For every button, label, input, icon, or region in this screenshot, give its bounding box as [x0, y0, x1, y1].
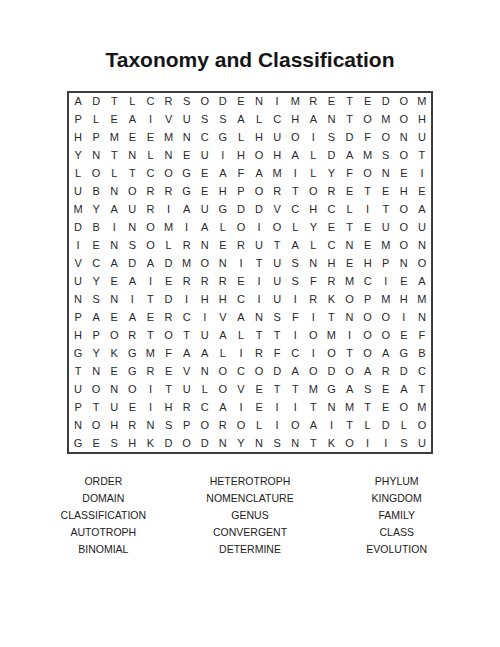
grid-cell-r8c4[interactable]: N [123, 219, 141, 237]
word-convergent[interactable]: CONVERGENT [177, 524, 324, 541]
grid-cell-r10c16[interactable]: E [341, 255, 359, 273]
grid-cell-r18c12[interactable]: I [268, 398, 286, 416]
grid-cell-r8c20[interactable]: U [413, 219, 431, 237]
grid-cell-r16c12[interactable]: D [268, 362, 286, 380]
grid-cell-r14c9[interactable]: A [214, 326, 232, 344]
grid-cell-r1c15[interactable]: E [322, 93, 340, 111]
grid-cell-r15c12[interactable]: F [268, 344, 286, 362]
grid-cell-r9c7[interactable]: R [178, 237, 196, 255]
grid-cell-r3c17[interactable]: F [359, 129, 377, 147]
grid-cell-r13c12[interactable]: S [268, 308, 286, 326]
grid-cell-r7c12[interactable]: V [268, 201, 286, 219]
grid-cell-r14c8[interactable]: U [196, 326, 214, 344]
grid-cell-r15c17[interactable]: O [359, 344, 377, 362]
grid-cell-r10c12[interactable]: U [268, 255, 286, 273]
grid-cell-r2c5[interactable]: I [141, 111, 159, 129]
grid-cell-r12c5[interactable]: T [141, 290, 159, 308]
grid-cell-r11c19[interactable]: E [395, 273, 413, 291]
grid-cell-r7c10[interactable]: D [232, 201, 250, 219]
grid-cell-r4c10[interactable]: H [232, 147, 250, 165]
grid-cell-r7c18[interactable]: T [377, 201, 395, 219]
grid-cell-r1c3[interactable]: T [105, 93, 123, 111]
grid-cell-r7c3[interactable]: A [105, 201, 123, 219]
grid-cell-r6c17[interactable]: T [359, 183, 377, 201]
grid-cell-r15c7[interactable]: A [178, 344, 196, 362]
grid-cell-r14c10[interactable]: L [232, 326, 250, 344]
grid-cell-r18c8[interactable]: C [196, 398, 214, 416]
grid-cell-r12c8[interactable]: H [196, 290, 214, 308]
grid-cell-r17c1[interactable]: U [69, 380, 87, 398]
grid-cell-r15c6[interactable]: F [160, 344, 178, 362]
grid-cell-r14c18[interactable]: O [377, 326, 395, 344]
grid-cell-r17c10[interactable]: V [232, 380, 250, 398]
grid-cell-r7c2[interactable]: Y [87, 201, 105, 219]
grid-cell-r9c2[interactable]: E [87, 237, 105, 255]
word-autotroph[interactable]: AUTOTROPH [30, 524, 177, 541]
grid-cell-r1c5[interactable]: C [141, 93, 159, 111]
grid-cell-r15c10[interactable]: I [232, 344, 250, 362]
grid-cell-r10c7[interactable]: M [178, 255, 196, 273]
grid-cell-r2c12[interactable]: C [268, 111, 286, 129]
grid-cell-r2c11[interactable]: L [250, 111, 268, 129]
grid-cell-r13c20[interactable]: N [413, 308, 431, 326]
grid-cell-r6c2[interactable]: B [87, 183, 105, 201]
grid-cell-r14c7[interactable]: T [178, 326, 196, 344]
grid-cell-r15c3[interactable]: K [105, 344, 123, 362]
grid-cell-r4c14[interactable]: L [304, 147, 322, 165]
grid-cell-r18c7[interactable]: R [178, 398, 196, 416]
grid-cell-r15c13[interactable]: C [286, 344, 304, 362]
grid-cell-r20c17[interactable]: I [359, 434, 377, 452]
grid-cell-r12c17[interactable]: P [359, 290, 377, 308]
grid-cell-r4c17[interactable]: M [359, 147, 377, 165]
grid-cell-r11c17[interactable]: C [359, 273, 377, 291]
grid-cell-r5c2[interactable]: O [87, 165, 105, 183]
grid-cell-r5c10[interactable]: F [232, 165, 250, 183]
grid-cell-r20c12[interactable]: S [268, 434, 286, 452]
grid-cell-r10c8[interactable]: O [196, 255, 214, 273]
grid-cell-r13c9[interactable]: V [214, 308, 232, 326]
grid-cell-r8c5[interactable]: O [141, 219, 159, 237]
grid-cell-r8c10[interactable]: O [232, 219, 250, 237]
grid-cell-r4c1[interactable]: Y [69, 147, 87, 165]
grid-cell-r10c9[interactable]: N [214, 255, 232, 273]
grid-cell-r13c19[interactable]: I [395, 308, 413, 326]
grid-cell-r18c9[interactable]: A [214, 398, 232, 416]
grid-cell-r17c16[interactable]: A [341, 380, 359, 398]
grid-cell-r6c16[interactable]: E [341, 183, 359, 201]
grid-cell-r18c19[interactable]: O [395, 398, 413, 416]
grid-cell-r4c3[interactable]: T [105, 147, 123, 165]
grid-cell-r7c20[interactable]: A [413, 201, 431, 219]
grid-cell-r9c10[interactable]: R [232, 237, 250, 255]
grid-cell-r13c13[interactable]: F [286, 308, 304, 326]
grid-cell-r18c5[interactable]: I [141, 398, 159, 416]
grid-cell-r1c11[interactable]: N [250, 93, 268, 111]
grid-cell-r5c3[interactable]: L [105, 165, 123, 183]
grid-cell-r9c3[interactable]: N [105, 237, 123, 255]
grid-cell-r2c19[interactable]: O [395, 111, 413, 129]
grid-cell-r10c19[interactable]: N [395, 255, 413, 273]
grid-cell-r20c5[interactable]: K [141, 434, 159, 452]
grid-cell-r3c6[interactable]: M [160, 129, 178, 147]
grid-cell-r5c18[interactable]: N [377, 165, 395, 183]
grid-cell-r7c1[interactable]: M [69, 201, 87, 219]
grid-cell-r20c11[interactable]: N [250, 434, 268, 452]
word-phylum[interactable]: PHYLUM [323, 473, 470, 490]
grid-cell-r19c1[interactable]: N [69, 416, 87, 434]
grid-cell-r17c12[interactable]: T [268, 380, 286, 398]
grid-cell-r6c8[interactable]: E [196, 183, 214, 201]
grid-cell-r8c17[interactable]: E [359, 219, 377, 237]
grid-cell-r2c6[interactable]: V [160, 111, 178, 129]
grid-cell-r10c15[interactable]: H [322, 255, 340, 273]
grid-cell-r6c6[interactable]: R [160, 183, 178, 201]
grid-cell-r20c19[interactable]: S [395, 434, 413, 452]
grid-cell-r14c11[interactable]: T [250, 326, 268, 344]
grid-cell-r18c15[interactable]: N [322, 398, 340, 416]
grid-cell-r6c15[interactable]: R [322, 183, 340, 201]
grid-cell-r3c18[interactable]: O [377, 129, 395, 147]
grid-cell-r5c6[interactable]: O [160, 165, 178, 183]
grid-cell-r4c20[interactable]: T [413, 147, 431, 165]
grid-cell-r6c10[interactable]: P [232, 183, 250, 201]
grid-cell-r1c9[interactable]: D [214, 93, 232, 111]
grid-cell-r17c2[interactable]: O [87, 380, 105, 398]
grid-cell-r13c11[interactable]: N [250, 308, 268, 326]
grid-cell-r7c16[interactable]: L [341, 201, 359, 219]
grid-cell-r1c4[interactable]: L [123, 93, 141, 111]
grid-cell-r17c4[interactable]: O [123, 380, 141, 398]
grid-cell-r8c12[interactable]: O [268, 219, 286, 237]
grid-cell-r7c7[interactable]: A [178, 201, 196, 219]
grid-cell-r1c2[interactable]: D [87, 93, 105, 111]
grid-cell-r7c11[interactable]: D [250, 201, 268, 219]
grid-cell-r12c1[interactable]: N [69, 290, 87, 308]
grid-cell-r18c1[interactable]: P [69, 398, 87, 416]
grid-cell-r16c10[interactable]: C [232, 362, 250, 380]
grid-cell-r12c12[interactable]: U [268, 290, 286, 308]
grid-cell-r3c13[interactable]: O [286, 129, 304, 147]
grid-cell-r7c19[interactable]: O [395, 201, 413, 219]
grid-cell-r15c14[interactable]: I [304, 344, 322, 362]
grid-cell-r2c20[interactable]: H [413, 111, 431, 129]
grid-cell-r3c12[interactable]: U [268, 129, 286, 147]
grid-cell-r8c11[interactable]: I [250, 219, 268, 237]
grid-cell-r2c7[interactable]: U [178, 111, 196, 129]
grid-cell-r10c13[interactable]: S [286, 255, 304, 273]
grid-cell-r7c6[interactable]: I [160, 201, 178, 219]
grid-cell-r15c19[interactable]: G [395, 344, 413, 362]
grid-cell-r1c12[interactable]: I [268, 93, 286, 111]
grid-cell-r15c15[interactable]: O [322, 344, 340, 362]
grid-cell-r19c4[interactable]: R [123, 416, 141, 434]
grid-cell-r12c4[interactable]: I [123, 290, 141, 308]
grid-cell-r5c12[interactable]: M [268, 165, 286, 183]
grid-cell-r4c11[interactable]: O [250, 147, 268, 165]
grid-cell-r7c14[interactable]: H [304, 201, 322, 219]
grid-cell-r17c20[interactable]: T [413, 380, 431, 398]
grid-cell-r16c1[interactable]: T [69, 362, 87, 380]
grid-cell-r12c14[interactable]: R [304, 290, 322, 308]
grid-cell-r5c8[interactable]: E [196, 165, 214, 183]
grid-cell-r11c13[interactable]: S [286, 273, 304, 291]
grid-cell-r10c6[interactable]: D [160, 255, 178, 273]
grid-cell-r20c18[interactable]: I [377, 434, 395, 452]
grid-cell-r4c4[interactable]: N [123, 147, 141, 165]
grid-cell-r7c4[interactable]: U [123, 201, 141, 219]
grid-cell-r11c8[interactable]: R [196, 273, 214, 291]
grid-cell-r19c9[interactable]: R [214, 416, 232, 434]
grid-cell-r19c3[interactable]: H [105, 416, 123, 434]
grid-cell-r1c19[interactable]: O [395, 93, 413, 111]
grid-cell-r10c4[interactable]: D [123, 255, 141, 273]
grid-cell-r14c20[interactable]: F [413, 326, 431, 344]
grid-cell-r3c9[interactable]: G [214, 129, 232, 147]
grid-cell-r2c2[interactable]: L [87, 111, 105, 129]
grid-cell-r3c4[interactable]: E [123, 129, 141, 147]
grid-cell-r11c14[interactable]: F [304, 273, 322, 291]
grid-cell-r9c6[interactable]: L [160, 237, 178, 255]
grid-cell-r11c2[interactable]: Y [87, 273, 105, 291]
grid-cell-r17c18[interactable]: E [377, 380, 395, 398]
word-kingdom[interactable]: KINGDOM [323, 490, 470, 507]
grid-cell-r17c14[interactable]: M [304, 380, 322, 398]
grid-cell-r5c19[interactable]: E [395, 165, 413, 183]
grid-cell-r6c12[interactable]: R [268, 183, 286, 201]
grid-cell-r8c14[interactable]: Y [304, 219, 322, 237]
grid-cell-r2c3[interactable]: E [105, 111, 123, 129]
grid-cell-r13c4[interactable]: A [123, 308, 141, 326]
grid-cell-r19c13[interactable]: O [286, 416, 304, 434]
grid-cell-r2c1[interactable]: P [69, 111, 87, 129]
grid-cell-r14c5[interactable]: T [141, 326, 159, 344]
grid-cell-r15c8[interactable]: A [196, 344, 214, 362]
grid-cell-r20c20[interactable]: U [413, 434, 431, 452]
grid-cell-r10c10[interactable]: I [232, 255, 250, 273]
grid-cell-r1c13[interactable]: M [286, 93, 304, 111]
grid-cell-r1c1[interactable]: A [69, 93, 87, 111]
grid-cell-r8c2[interactable]: B [87, 219, 105, 237]
grid-cell-r13c8[interactable]: I [196, 308, 214, 326]
grid-cell-r3c2[interactable]: P [87, 129, 105, 147]
grid-cell-r7c17[interactable]: I [359, 201, 377, 219]
grid-cell-r8c1[interactable]: D [69, 219, 87, 237]
grid-cell-r16c3[interactable]: E [105, 362, 123, 380]
grid-cell-r4c15[interactable]: D [322, 147, 340, 165]
grid-cell-r13c5[interactable]: E [141, 308, 159, 326]
grid-cell-r9c4[interactable]: S [123, 237, 141, 255]
grid-cell-r14c19[interactable]: E [395, 326, 413, 344]
grid-cell-r20c4[interactable]: H [123, 434, 141, 452]
grid-cell-r17c6[interactable]: T [160, 380, 178, 398]
grid-cell-r8c18[interactable]: U [377, 219, 395, 237]
grid-cell-r4c12[interactable]: H [268, 147, 286, 165]
grid-cell-r13c14[interactable]: I [304, 308, 322, 326]
word-nomenclature[interactable]: NOMENCLATURE [177, 490, 324, 507]
grid-cell-r13c16[interactable]: N [341, 308, 359, 326]
grid-cell-r13c10[interactable]: A [232, 308, 250, 326]
grid-cell-r4c2[interactable]: N [87, 147, 105, 165]
grid-cell-r4c18[interactable]: S [377, 147, 395, 165]
grid-cell-r17c5[interactable]: I [141, 380, 159, 398]
grid-cell-r11c7[interactable]: R [178, 273, 196, 291]
grid-cell-r3c15[interactable]: S [322, 129, 340, 147]
word-domain[interactable]: DOMAIN [30, 490, 177, 507]
grid-cell-r19c2[interactable]: O [87, 416, 105, 434]
grid-cell-r20c14[interactable]: T [304, 434, 322, 452]
grid-cell-r19c12[interactable]: I [268, 416, 286, 434]
grid-cell-r20c10[interactable]: Y [232, 434, 250, 452]
grid-cell-r9c15[interactable]: C [322, 237, 340, 255]
grid-cell-r7c9[interactable]: G [214, 201, 232, 219]
grid-cell-r6c3[interactable]: N [105, 183, 123, 201]
grid-cell-r19c17[interactable]: L [359, 416, 377, 434]
grid-cell-r18c16[interactable]: M [341, 398, 359, 416]
grid-cell-r1c14[interactable]: R [304, 93, 322, 111]
grid-cell-r2c16[interactable]: T [341, 111, 359, 129]
grid-cell-r9c20[interactable]: N [413, 237, 431, 255]
grid-cell-r9c8[interactable]: N [196, 237, 214, 255]
grid-cell-r18c20[interactable]: M [413, 398, 431, 416]
grid-cell-r2c9[interactable]: S [214, 111, 232, 129]
grid-cell-r5c4[interactable]: T [123, 165, 141, 183]
grid-cell-r19c18[interactable]: D [377, 416, 395, 434]
grid-cell-r17c13[interactable]: T [286, 380, 304, 398]
grid-cell-r18c4[interactable]: E [123, 398, 141, 416]
grid-cell-r8c8[interactable]: A [196, 219, 214, 237]
grid-cell-r5c16[interactable]: F [341, 165, 359, 183]
grid-cell-r20c6[interactable]: D [160, 434, 178, 452]
grid-cell-r15c5[interactable]: M [141, 344, 159, 362]
grid-cell-r18c13[interactable]: I [286, 398, 304, 416]
grid-cell-r1c8[interactable]: O [196, 93, 214, 111]
grid-cell-r5c9[interactable]: A [214, 165, 232, 183]
grid-cell-r19c10[interactable]: O [232, 416, 250, 434]
grid-cell-r12c10[interactable]: C [232, 290, 250, 308]
grid-cell-r3c10[interactable]: L [232, 129, 250, 147]
grid-cell-r8c15[interactable]: E [322, 219, 340, 237]
grid-cell-r4c16[interactable]: A [341, 147, 359, 165]
grid-cell-r4c8[interactable]: U [196, 147, 214, 165]
grid-cell-r16c6[interactable]: E [160, 362, 178, 380]
grid-cell-r18c3[interactable]: U [105, 398, 123, 416]
grid-cell-r14c16[interactable]: I [341, 326, 359, 344]
grid-cell-r9c9[interactable]: E [214, 237, 232, 255]
grid-cell-r11c1[interactable]: U [69, 273, 87, 291]
grid-cell-r17c19[interactable]: A [395, 380, 413, 398]
grid-cell-r12c6[interactable]: D [160, 290, 178, 308]
grid-cell-r17c11[interactable]: E [250, 380, 268, 398]
grid-cell-r7c5[interactable]: R [141, 201, 159, 219]
grid-cell-r4c6[interactable]: N [160, 147, 178, 165]
grid-cell-r11c5[interactable]: I [141, 273, 159, 291]
grid-cell-r15c18[interactable]: A [377, 344, 395, 362]
grid-cell-r2c10[interactable]: A [232, 111, 250, 129]
grid-cell-r20c8[interactable]: D [196, 434, 214, 452]
grid-cell-r16c20[interactable]: C [413, 362, 431, 380]
grid-cell-r5c17[interactable]: O [359, 165, 377, 183]
word-binomial[interactable]: BINOMIAL [30, 541, 177, 558]
grid-cell-r11c18[interactable]: I [377, 273, 395, 291]
grid-cell-r19c7[interactable]: P [178, 416, 196, 434]
grid-cell-r6c5[interactable]: R [141, 183, 159, 201]
grid-cell-r15c11[interactable]: R [250, 344, 268, 362]
grid-cell-r8c19[interactable]: O [395, 219, 413, 237]
grid-cell-r12c15[interactable]: K [322, 290, 340, 308]
grid-cell-r10c17[interactable]: H [359, 255, 377, 273]
grid-cell-r16c13[interactable]: A [286, 362, 304, 380]
grid-cell-r6c1[interactable]: U [69, 183, 87, 201]
grid-cell-r11c12[interactable]: U [268, 273, 286, 291]
word-genus[interactable]: GENUS [177, 507, 324, 524]
grid-cell-r9c13[interactable]: A [286, 237, 304, 255]
grid-cell-r5c15[interactable]: Y [322, 165, 340, 183]
grid-cell-r16c17[interactable]: A [359, 362, 377, 380]
grid-cell-r8c7[interactable]: I [178, 219, 196, 237]
grid-cell-r3c19[interactable]: N [395, 129, 413, 147]
grid-cell-r10c1[interactable]: V [69, 255, 87, 273]
grid-cell-r2c18[interactable]: M [377, 111, 395, 129]
grid-cell-r18c2[interactable]: T [87, 398, 105, 416]
grid-cell-r12c3[interactable]: N [105, 290, 123, 308]
word-class[interactable]: CLASS [323, 524, 470, 541]
grid-cell-r20c3[interactable]: S [105, 434, 123, 452]
grid-cell-r4c13[interactable]: A [286, 147, 304, 165]
grid-cell-r16c8[interactable]: N [196, 362, 214, 380]
grid-cell-r5c5[interactable]: C [141, 165, 159, 183]
grid-cell-r4c7[interactable]: E [178, 147, 196, 165]
grid-cell-r12c18[interactable]: M [377, 290, 395, 308]
grid-cell-r6c7[interactable]: G [178, 183, 196, 201]
grid-cell-r9c12[interactable]: T [268, 237, 286, 255]
grid-cell-r19c16[interactable]: T [341, 416, 359, 434]
grid-cell-r19c14[interactable]: A [304, 416, 322, 434]
word-family[interactable]: FAMILY [323, 507, 470, 524]
grid-cell-r20c2[interactable]: E [87, 434, 105, 452]
grid-cell-r20c16[interactable]: O [341, 434, 359, 452]
grid-cell-r12c16[interactable]: O [341, 290, 359, 308]
grid-cell-r10c11[interactable]: T [250, 255, 268, 273]
grid-cell-r8c9[interactable]: L [214, 219, 232, 237]
grid-cell-r1c10[interactable]: E [232, 93, 250, 111]
grid-cell-r18c18[interactable]: E [377, 398, 395, 416]
grid-cell-r9c17[interactable]: E [359, 237, 377, 255]
grid-cell-r1c17[interactable]: E [359, 93, 377, 111]
grid-cell-r1c7[interactable]: S [178, 93, 196, 111]
grid-cell-r13c15[interactable]: T [322, 308, 340, 326]
grid-cell-r16c4[interactable]: G [123, 362, 141, 380]
grid-cell-r13c3[interactable]: E [105, 308, 123, 326]
grid-cell-r15c1[interactable]: G [69, 344, 87, 362]
grid-cell-r19c5[interactable]: N [141, 416, 159, 434]
grid-cell-r8c3[interactable]: I [105, 219, 123, 237]
grid-cell-r8c6[interactable]: M [160, 219, 178, 237]
grid-cell-r18c11[interactable]: E [250, 398, 268, 416]
grid-cell-r8c13[interactable]: L [286, 219, 304, 237]
grid-cell-r17c3[interactable]: N [105, 380, 123, 398]
grid-cell-r12c13[interactable]: I [286, 290, 304, 308]
grid-cell-r8c16[interactable]: T [341, 219, 359, 237]
grid-cell-r16c5[interactable]: R [141, 362, 159, 380]
grid-cell-r19c20[interactable]: O [413, 416, 431, 434]
grid-cell-r11c6[interactable]: E [160, 273, 178, 291]
grid-cell-r11c9[interactable]: R [214, 273, 232, 291]
grid-cell-r15c20[interactable]: B [413, 344, 431, 362]
grid-cell-r15c16[interactable]: T [341, 344, 359, 362]
word-evolution[interactable]: EVOLUTION [323, 541, 470, 558]
grid-cell-r5c7[interactable]: G [178, 165, 196, 183]
